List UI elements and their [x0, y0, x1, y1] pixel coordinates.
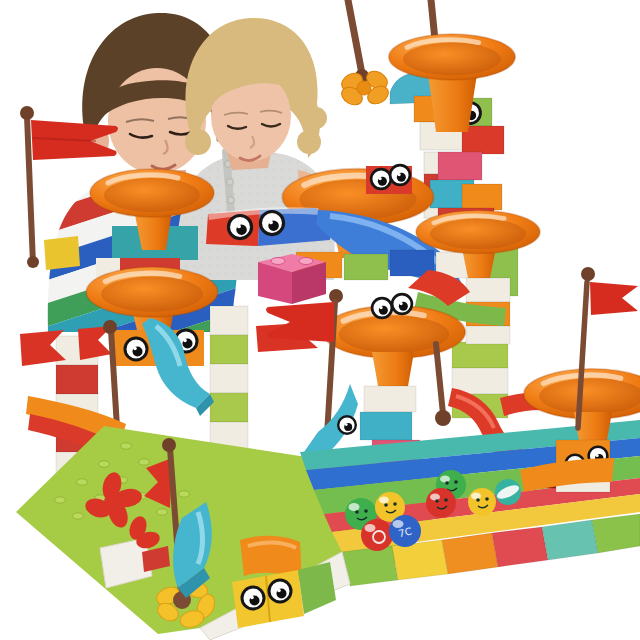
pink-block: [438, 152, 482, 180]
ball-red: [426, 488, 456, 518]
striped-tower-green: [210, 306, 248, 450]
pink-stud-block: [258, 254, 326, 304]
pole-knob: [27, 256, 39, 268]
pole-knob: [103, 320, 117, 334]
eye-sticker: [269, 580, 291, 602]
eye-sticker: [372, 298, 392, 318]
funnel-neck: [372, 352, 414, 386]
pole-knob: [581, 267, 595, 281]
orange-block: [462, 184, 502, 210]
eye-sticker: [390, 165, 410, 185]
ball-blue-7c: 7C: [389, 515, 421, 547]
funnel-bowl-top: [389, 34, 515, 80]
eye-sticker: [125, 338, 147, 360]
funnel-bowl-left: [90, 169, 214, 217]
eye-sticker: [242, 587, 264, 609]
ball-yellow: [468, 488, 496, 516]
green-block: [344, 254, 388, 280]
eye-sticker: [228, 215, 251, 238]
eye-sticker: [260, 211, 283, 234]
product-photo: 7C: [0, 0, 640, 640]
pole-knob: [162, 438, 176, 452]
pole-knob: [20, 106, 34, 120]
funnel-bowl-mid-left: [86, 267, 217, 317]
eye-sticker: [338, 416, 356, 434]
yellow-block: [44, 236, 80, 270]
red-block: [462, 126, 504, 154]
ball-red-swirl: [361, 519, 393, 551]
funnel-bowl-center-mid: [323, 306, 466, 359]
ball-teal-stripe: [495, 479, 521, 505]
marble-run-scene: 7C: [0, 0, 640, 640]
eye-sticker: [371, 169, 391, 189]
funnel-bowl-right-mid: [416, 210, 540, 253]
eye-sticker: [392, 294, 412, 314]
pole-knob: [435, 410, 451, 426]
